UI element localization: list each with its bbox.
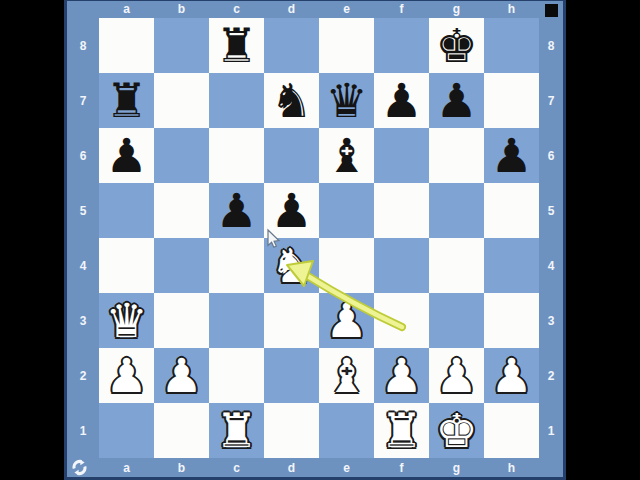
file-label-c: c (209, 459, 264, 479)
file-labels-top: abcdefgh (99, 1, 539, 18)
square-d8[interactable] (264, 18, 319, 73)
piece-white-rook-f1[interactable]: ♜ (374, 403, 429, 458)
rank-labels-left: 87654321 (69, 18, 97, 458)
file-label-b: b (154, 1, 209, 18)
chess-board: ♜♚♜♞♛♟♟♟♝♟♟♟♞♛♟♟♟♝♟♟♟♜♜♚ (99, 18, 539, 458)
rank-label-4: 4 (69, 238, 97, 293)
file-label-g: g (429, 1, 484, 18)
square-a5[interactable] (99, 183, 154, 238)
piece-black-knight-d7[interactable]: ♞ (264, 73, 319, 128)
square-d1[interactable] (264, 403, 319, 458)
square-d3[interactable] (264, 293, 319, 348)
piece-black-king-g8[interactable]: ♚ (429, 18, 484, 73)
file-label-h: h (484, 459, 539, 479)
square-f6[interactable] (374, 128, 429, 183)
piece-black-pawn-d5[interactable]: ♟ (264, 183, 319, 238)
rank-label-7: 7 (69, 73, 97, 128)
square-g7[interactable]: ♟ (429, 73, 484, 128)
square-c5[interactable]: ♟ (209, 183, 264, 238)
piece-white-rook-c1[interactable]: ♜ (209, 403, 264, 458)
square-c3[interactable] (209, 293, 264, 348)
square-e8[interactable] (319, 18, 374, 73)
square-f3[interactable] (374, 293, 429, 348)
file-label-g: g (429, 459, 484, 479)
square-e1[interactable] (319, 403, 374, 458)
file-label-a: a (99, 1, 154, 18)
square-h3[interactable] (484, 293, 539, 348)
rank-label-5: 5 (69, 183, 97, 238)
square-b1[interactable] (154, 403, 209, 458)
rank-label-8: 8 (537, 18, 565, 73)
square-e6[interactable]: ♝ (319, 128, 374, 183)
file-label-e: e (319, 459, 374, 479)
square-f8[interactable] (374, 18, 429, 73)
square-h2[interactable]: ♟ (484, 348, 539, 403)
file-label-d: d (264, 459, 319, 479)
file-label-h: h (484, 1, 539, 18)
square-b7[interactable] (154, 73, 209, 128)
chess-board-frame: abcdefgh abcdefgh 87654321 87654321 ♜♚♜♞… (64, 0, 566, 480)
square-d7[interactable]: ♞ (264, 73, 319, 128)
square-c1[interactable]: ♜ (209, 403, 264, 458)
piece-white-king-g1[interactable]: ♚ (429, 403, 484, 458)
square-b2[interactable]: ♟ (154, 348, 209, 403)
square-f1[interactable]: ♜ (374, 403, 429, 458)
piece-black-pawn-g7[interactable]: ♟ (429, 73, 484, 128)
square-b8[interactable] (154, 18, 209, 73)
square-d5[interactable]: ♟ (264, 183, 319, 238)
piece-black-rook-c8[interactable]: ♜ (209, 18, 264, 73)
rank-label-5: 5 (537, 183, 565, 238)
square-h7[interactable] (484, 73, 539, 128)
piece-white-pawn-f2[interactable]: ♟ (374, 348, 429, 403)
square-g5[interactable] (429, 183, 484, 238)
rank-labels-right: 87654321 (537, 18, 565, 458)
piece-white-pawn-e3[interactable]: ♟ (319, 293, 374, 348)
rank-label-6: 6 (69, 128, 97, 183)
piece-black-queen-e7[interactable]: ♛ (319, 73, 374, 128)
piece-black-rook-a7[interactable]: ♜ (99, 73, 154, 128)
square-g6[interactable] (429, 128, 484, 183)
square-a3[interactable]: ♛ (99, 293, 154, 348)
rank-label-7: 7 (537, 73, 565, 128)
rank-label-2: 2 (537, 348, 565, 403)
file-labels-bottom: abcdefgh (99, 459, 539, 479)
rank-label-6: 6 (537, 128, 565, 183)
square-b3[interactable] (154, 293, 209, 348)
square-e5[interactable] (319, 183, 374, 238)
square-a1[interactable] (99, 403, 154, 458)
square-c2[interactable] (209, 348, 264, 403)
square-c7[interactable] (209, 73, 264, 128)
square-h5[interactable] (484, 183, 539, 238)
square-e2[interactable]: ♝ (319, 348, 374, 403)
flip-board-icon[interactable] (71, 459, 88, 476)
rank-label-3: 3 (537, 293, 565, 348)
piece-black-pawn-a6[interactable]: ♟ (99, 128, 154, 183)
file-label-e: e (319, 1, 374, 18)
piece-black-pawn-c5[interactable]: ♟ (209, 183, 264, 238)
square-b4[interactable] (154, 238, 209, 293)
record-indicator-icon (545, 4, 558, 17)
square-c6[interactable] (209, 128, 264, 183)
square-h4[interactable] (484, 238, 539, 293)
square-a4[interactable] (99, 238, 154, 293)
square-h1[interactable] (484, 403, 539, 458)
square-b6[interactable] (154, 128, 209, 183)
piece-white-pawn-a2[interactable]: ♟ (99, 348, 154, 403)
square-f4[interactable] (374, 238, 429, 293)
file-label-f: f (374, 1, 429, 18)
file-label-c: c (209, 1, 264, 18)
piece-white-pawn-g2[interactable]: ♟ (429, 348, 484, 403)
file-label-d: d (264, 1, 319, 18)
square-g8[interactable]: ♚ (429, 18, 484, 73)
rank-label-1: 1 (69, 403, 97, 458)
piece-black-pawn-h6[interactable]: ♟ (484, 128, 539, 183)
square-f7[interactable]: ♟ (374, 73, 429, 128)
file-label-b: b (154, 459, 209, 479)
square-e3[interactable]: ♟ (319, 293, 374, 348)
piece-white-pawn-h2[interactable]: ♟ (484, 348, 539, 403)
square-b5[interactable] (154, 183, 209, 238)
square-g4[interactable] (429, 238, 484, 293)
piece-black-bishop-e6[interactable]: ♝ (319, 128, 374, 183)
square-d2[interactable] (264, 348, 319, 403)
square-f5[interactable] (374, 183, 429, 238)
piece-white-pawn-b2[interactable]: ♟ (154, 348, 209, 403)
square-a2[interactable]: ♟ (99, 348, 154, 403)
square-h8[interactable] (484, 18, 539, 73)
square-d6[interactable] (264, 128, 319, 183)
file-label-a: a (99, 459, 154, 479)
square-a7[interactable]: ♜ (99, 73, 154, 128)
rank-label-1: 1 (537, 403, 565, 458)
piece-white-knight-d4[interactable]: ♞ (264, 238, 319, 293)
square-c8[interactable]: ♜ (209, 18, 264, 73)
square-a6[interactable]: ♟ (99, 128, 154, 183)
square-d4[interactable]: ♞ (264, 238, 319, 293)
piece-black-pawn-f7[interactable]: ♟ (374, 73, 429, 128)
rank-label-4: 4 (537, 238, 565, 293)
rank-label-2: 2 (69, 348, 97, 403)
square-f2[interactable]: ♟ (374, 348, 429, 403)
square-g1[interactable]: ♚ (429, 403, 484, 458)
square-g2[interactable]: ♟ (429, 348, 484, 403)
square-h6[interactable]: ♟ (484, 128, 539, 183)
rank-label-3: 3 (69, 293, 97, 348)
square-c4[interactable] (209, 238, 264, 293)
piece-white-bishop-e2[interactable]: ♝ (319, 348, 374, 403)
square-a8[interactable] (99, 18, 154, 73)
file-label-f: f (374, 459, 429, 479)
square-e4[interactable] (319, 238, 374, 293)
piece-white-queen-a3[interactable]: ♛ (99, 293, 154, 348)
square-g3[interactable] (429, 293, 484, 348)
square-e7[interactable]: ♛ (319, 73, 374, 128)
rank-label-8: 8 (69, 18, 97, 73)
